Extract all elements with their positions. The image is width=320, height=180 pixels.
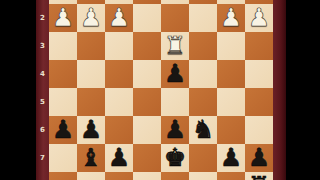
square-b6: [217, 116, 245, 144]
square-h5: [49, 88, 77, 116]
square-c5: [189, 88, 217, 116]
square-f8: [105, 172, 133, 180]
square-h8: [49, 172, 77, 180]
square-d3: ♜: [161, 32, 189, 60]
square-g5: [77, 88, 105, 116]
square-e7: [133, 144, 161, 172]
square-f5: [105, 88, 133, 116]
black-pawn-d6: ♟: [161, 116, 189, 144]
square-c6: ♞: [189, 116, 217, 144]
board-frame-right: [273, 0, 286, 180]
letterbox-right: [286, 0, 320, 180]
square-g2: ♟: [77, 4, 105, 32]
square-e6: [133, 116, 161, 144]
square-e4: [133, 60, 161, 88]
black-pawn-a7: ♟: [245, 144, 273, 172]
square-c7: [189, 144, 217, 172]
square-c3: [189, 32, 217, 60]
white-pawn-g2: ♟: [77, 4, 105, 32]
square-g6: ♟: [77, 116, 105, 144]
square-e3: [133, 32, 161, 60]
square-d5: [161, 88, 189, 116]
rank-label-2: 2: [36, 4, 49, 32]
square-e5: [133, 88, 161, 116]
square-d4: ♟: [161, 60, 189, 88]
square-a8: ♜: [245, 172, 273, 180]
chess-board: ♞♚♝♜♟♟♟♟♟♜♟♟♟♟♞♝♟♚♟♟♜: [49, 0, 273, 180]
white-rook-d3: ♜: [161, 32, 189, 60]
square-g3: [77, 32, 105, 60]
letterbox-left: [0, 0, 36, 180]
square-c4: [189, 60, 217, 88]
black-bishop-g7: ♝: [77, 144, 105, 172]
rank-label-3: 3: [36, 32, 49, 60]
rank-label-5: 5: [36, 88, 49, 116]
square-b5: [217, 88, 245, 116]
rank-label-7: 7: [36, 144, 49, 172]
square-d6: ♟: [161, 116, 189, 144]
square-f4: [105, 60, 133, 88]
square-a2: ♟: [245, 4, 273, 32]
rank-labels: 234567: [36, 0, 49, 180]
square-a7: ♟: [245, 144, 273, 172]
black-pawn-g6: ♟: [77, 116, 105, 144]
video-frame: ♞♚♝♜♟♟♟♟♟♜♟♟♟♟♞♝♟♚♟♟♜ 234567: [0, 0, 320, 180]
square-d8: [161, 172, 189, 180]
square-e8: [133, 172, 161, 180]
square-g7: ♝: [77, 144, 105, 172]
square-h3: [49, 32, 77, 60]
square-h2: ♟: [49, 4, 77, 32]
rank-label-4: 4: [36, 60, 49, 88]
square-f3: [105, 32, 133, 60]
square-a4: [245, 60, 273, 88]
square-f6: [105, 116, 133, 144]
rank-label-6: 6: [36, 116, 49, 144]
square-a3: [245, 32, 273, 60]
square-h4: [49, 60, 77, 88]
square-g8: [77, 172, 105, 180]
square-b7: ♟: [217, 144, 245, 172]
square-a5: [245, 88, 273, 116]
square-f7: ♟: [105, 144, 133, 172]
black-rook-a8: ♜: [245, 172, 273, 180]
white-pawn-h2: ♟: [49, 4, 77, 32]
square-f2: ♟: [105, 4, 133, 32]
black-king-d7: ♚: [161, 144, 189, 172]
white-pawn-f2: ♟: [105, 4, 133, 32]
square-e2: [133, 4, 161, 32]
black-pawn-b7: ♟: [217, 144, 245, 172]
black-pawn-f7: ♟: [105, 144, 133, 172]
white-pawn-a2: ♟: [245, 4, 273, 32]
square-h6: ♟: [49, 116, 77, 144]
square-a6: [245, 116, 273, 144]
square-b8: [217, 172, 245, 180]
black-pawn-d4: ♟: [161, 60, 189, 88]
square-b3: [217, 32, 245, 60]
square-g4: [77, 60, 105, 88]
square-c8: [189, 172, 217, 180]
black-pawn-h6: ♟: [49, 116, 77, 144]
square-d2: [161, 4, 189, 32]
square-c2: [189, 4, 217, 32]
square-b2: ♟: [217, 4, 245, 32]
square-b4: [217, 60, 245, 88]
black-knight-c6: ♞: [189, 116, 217, 144]
square-d7: ♚: [161, 144, 189, 172]
square-h7: [49, 144, 77, 172]
white-pawn-b2: ♟: [217, 4, 245, 32]
